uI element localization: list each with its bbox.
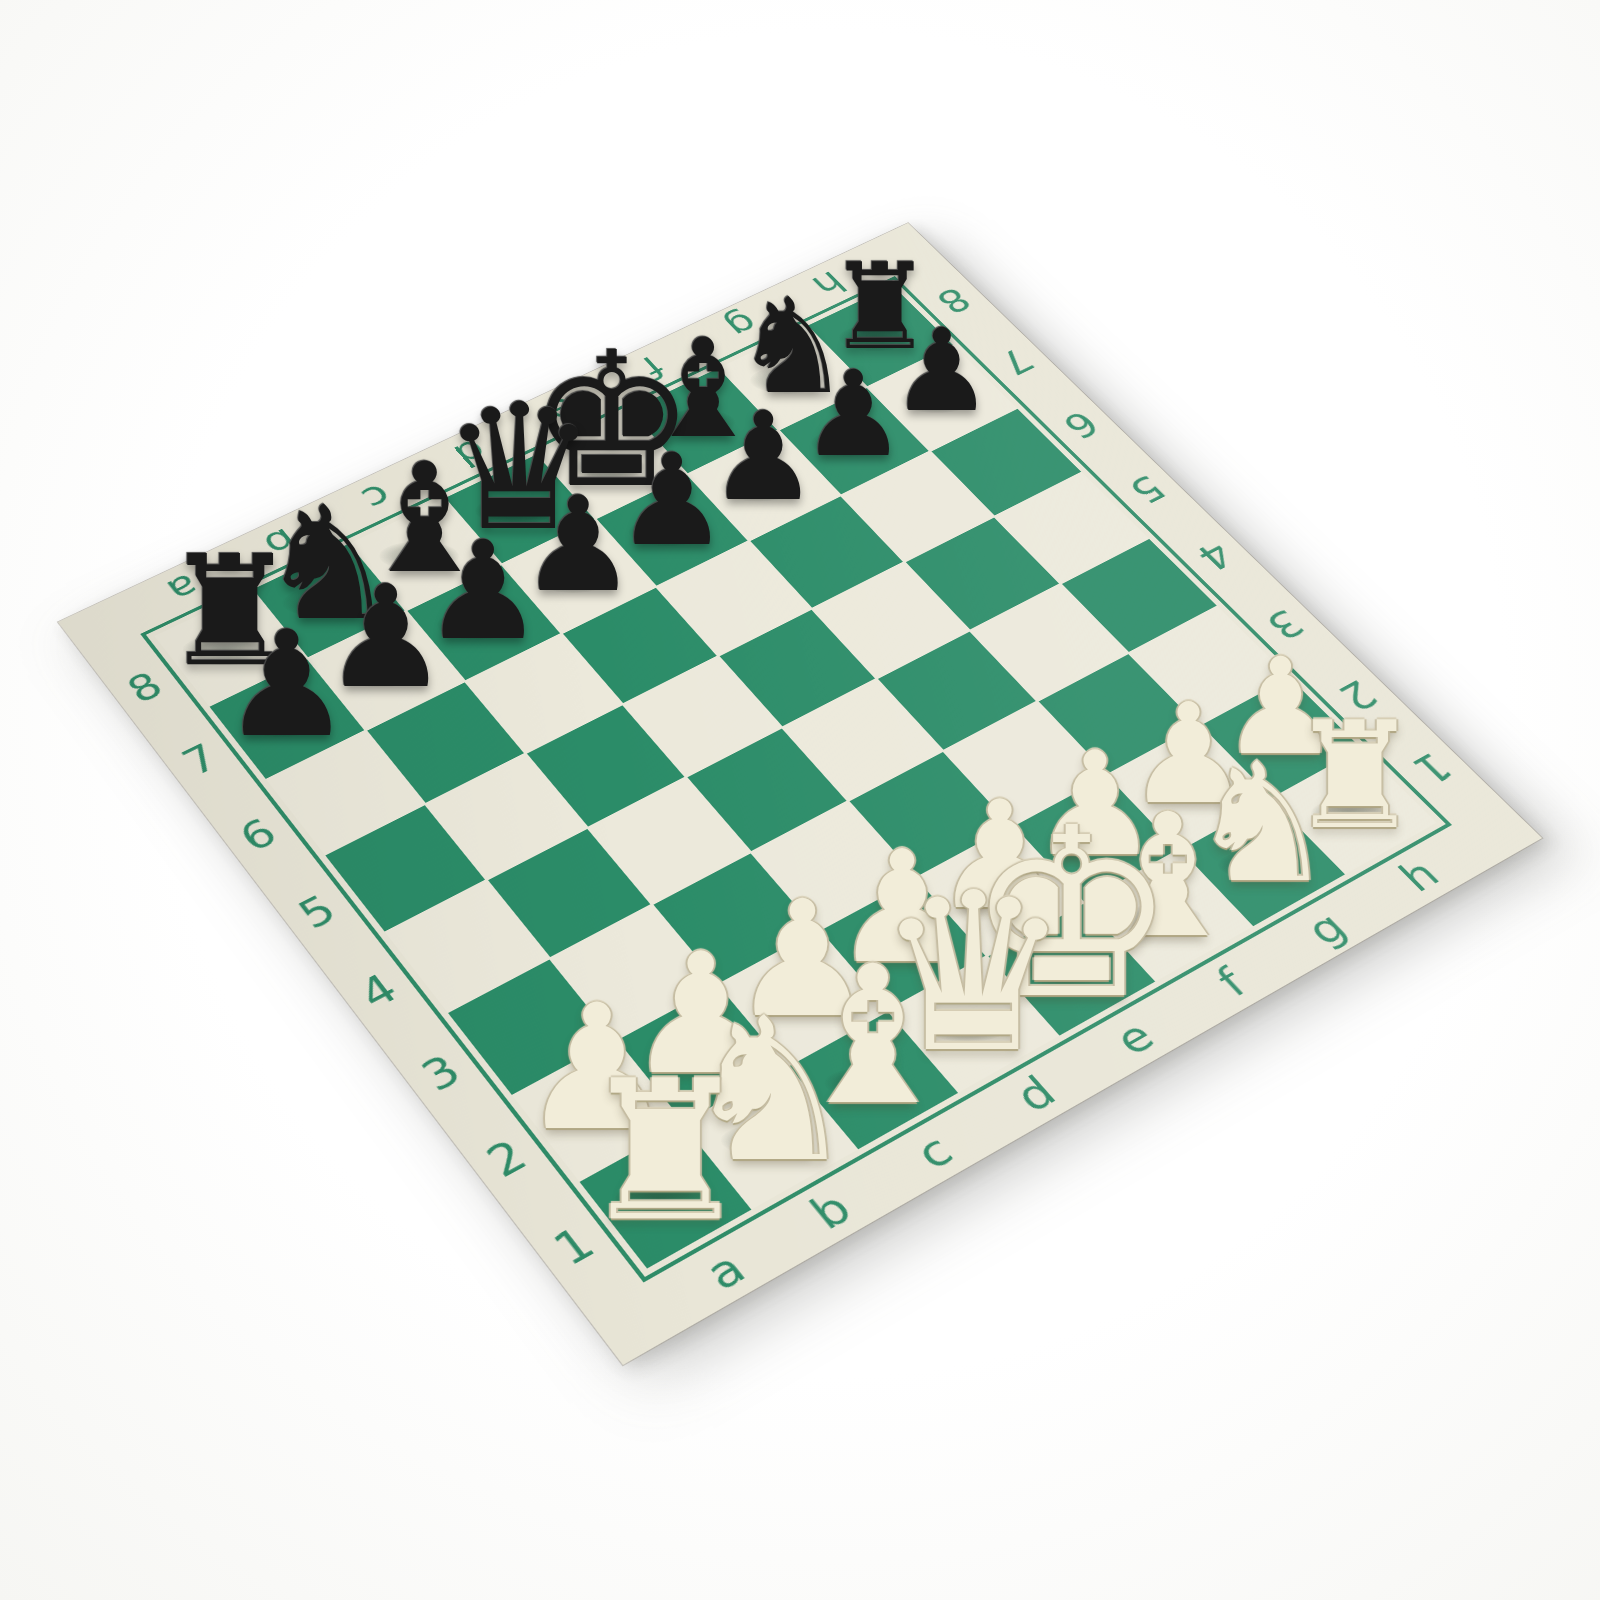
rank-label-left-3: 3 (415, 1050, 468, 1099)
black-pawn-a7[interactable]: ♟ (221, 612, 352, 758)
rank-label-right-5: 5 (1122, 470, 1172, 508)
photo-scene: aa88bb77cc66dd55ee44ff33gg22hh11 ♜♞♝♛♚♝♞… (0, 0, 1600, 1600)
white-rook-a1[interactable]: ♜ (579, 1055, 752, 1248)
rank-label-left-6: 6 (233, 813, 283, 857)
rank-label-right-4: 4 (1189, 536, 1240, 575)
rank-label-left-7: 7 (176, 739, 225, 782)
rank-label-right-6: 6 (1056, 406, 1105, 443)
rank-label-left-5: 5 (292, 889, 343, 935)
rank-label-left-4: 4 (352, 968, 404, 1015)
rank-label-right-7: 7 (992, 343, 1040, 379)
